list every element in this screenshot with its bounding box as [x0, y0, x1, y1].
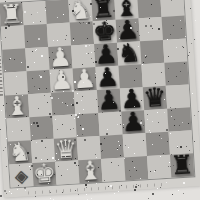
- king-icon: ♚: [92, 19, 117, 45]
- rook-icon: ♜: [0, 1, 24, 27]
- square-e7: ♚: [93, 20, 117, 44]
- square-a4: ♝: [5, 94, 29, 118]
- square-f5: [118, 64, 142, 88]
- square-h7: [162, 16, 186, 40]
- square-f7: ♟: [116, 18, 140, 42]
- square-h5: [164, 61, 188, 85]
- square-g7: [139, 17, 163, 41]
- square-h1: ♜: [170, 153, 194, 177]
- square-a7: [1, 25, 25, 49]
- square-f4: ♟: [120, 87, 144, 111]
- chess-board: ♜♞♜♝♚♟♟♟♞♟♟♟♝♟♟♛♟♞♛◈♚♝♜: [0, 0, 194, 187]
- square-c8: [45, 0, 69, 24]
- square-a1: ◈: [9, 163, 33, 187]
- chessboard-photo: ♜♞♜♝♚♟♟♟♞♟♟♟♝♟♟♛♟♞♛◈♚♝♜: [0, 0, 200, 200]
- square-h3: [167, 107, 191, 131]
- square-c6: ♟: [48, 45, 72, 69]
- rook-icon: ♜: [91, 0, 116, 22]
- square-d7: [70, 21, 94, 45]
- pawn-icon: ♟: [95, 65, 120, 91]
- square-g6: [140, 40, 164, 64]
- white-bishop-a4: ♝: [5, 93, 29, 119]
- knight-icon: ♞: [8, 139, 33, 165]
- square-h6: [163, 38, 187, 62]
- square-h2: [169, 130, 193, 154]
- square-a8: ♜: [0, 2, 24, 26]
- square-c4: [51, 91, 75, 115]
- king-icon: ♚: [32, 161, 57, 187]
- square-e5: ♟: [95, 66, 119, 90]
- square-b5: [27, 70, 51, 94]
- square-d5: ♟: [73, 67, 97, 91]
- square-d3: [75, 113, 99, 137]
- square-d8: ♞: [68, 0, 92, 23]
- square-e4: ♟: [97, 89, 121, 113]
- square-c1: [55, 160, 79, 184]
- pawn-icon: ♟: [97, 88, 122, 114]
- black-pawn-f4: ♟: [120, 86, 144, 112]
- pawn-icon: ♟: [121, 109, 146, 135]
- pawn-icon: ♟: [48, 44, 73, 70]
- square-b8: [22, 1, 46, 25]
- pawn-icon: ♟: [120, 86, 145, 112]
- square-b3: [29, 116, 53, 140]
- white-bishop-d1: ♝: [78, 158, 102, 184]
- black-queen-g4: ♛: [143, 85, 167, 111]
- square-e3: [98, 112, 122, 136]
- black-rook-e8: ♜: [91, 0, 115, 22]
- square-c2: ♛: [54, 137, 78, 161]
- square-c5: ♟: [50, 68, 74, 92]
- square-f3: ♟: [121, 110, 145, 134]
- board-with-border: ♜♞♜♝♚♟♟♟♞♟♟♟♝♟♟♛♟♞♛◈♚♝♜: [0, 0, 200, 198]
- square-d2: [77, 136, 101, 160]
- square-g1: [147, 155, 171, 179]
- square-d6: [71, 44, 95, 68]
- white-knight-d8: ♞: [68, 0, 92, 24]
- black-pawn-f3: ♟: [121, 109, 145, 135]
- bishop-icon: ♝: [5, 93, 30, 119]
- white-knight-a2: ♞: [8, 139, 32, 165]
- square-e1: [101, 157, 125, 181]
- square-e8: ♜: [91, 0, 115, 21]
- square-g3: [144, 109, 168, 133]
- square-g5: [141, 63, 165, 87]
- pawn-icon: ♟: [49, 67, 74, 93]
- queen-icon: ♛: [143, 85, 168, 111]
- black-knight-f6: ♞: [117, 40, 141, 66]
- black-rook-h1: ♜: [170, 152, 194, 178]
- square-g8: [137, 0, 161, 18]
- rook-icon: ♜: [170, 152, 195, 178]
- square-b4: [28, 93, 52, 117]
- white-pawn-d5: ♟: [72, 66, 96, 92]
- square-h4: [166, 84, 190, 108]
- white-pawn-c6: ♟: [48, 44, 72, 70]
- black-pawn-e4: ♟: [97, 88, 121, 114]
- white-king-b1: ♚: [32, 161, 56, 187]
- square-c7: [47, 23, 71, 47]
- square-a2: ♞: [8, 140, 32, 164]
- white-pawn-c5: ♟: [49, 67, 73, 93]
- square-f8: ♝: [114, 0, 138, 20]
- pawn-icon: ♟: [94, 42, 119, 68]
- square-a6: [2, 48, 26, 72]
- square-d1: ♝: [78, 159, 102, 183]
- square-b6: [25, 47, 49, 71]
- white-queen-c2: ♛: [54, 136, 78, 162]
- bishop-icon: ♝: [78, 158, 103, 184]
- square-b1: ♚: [32, 162, 56, 186]
- black-pawn-e5: ♟: [95, 65, 119, 91]
- black-pawn-e6: ♟: [94, 42, 118, 68]
- square-b7: [24, 24, 48, 48]
- white-rook-a8: ♜: [0, 1, 24, 27]
- square-g2: [146, 132, 170, 156]
- square-e2: [100, 135, 124, 159]
- square-e6: ♟: [94, 43, 118, 67]
- square-b2: [31, 139, 55, 163]
- corner-diamond-ornament-icon: ◈: [9, 163, 33, 187]
- square-f2: [123, 133, 147, 157]
- square-d4: [74, 90, 98, 114]
- knight-icon: ♞: [68, 0, 93, 24]
- knight-icon: ♞: [117, 40, 142, 66]
- black-king-e7: ♚: [93, 19, 117, 45]
- black-pawn-f7: ♟: [116, 17, 140, 43]
- pawn-icon: ♟: [72, 66, 97, 92]
- queen-icon: ♛: [54, 136, 79, 162]
- square-c3: [52, 114, 76, 138]
- square-f6: ♞: [117, 41, 141, 65]
- square-h8: [160, 0, 184, 17]
- pawn-icon: ♟: [115, 17, 140, 43]
- square-a5: [4, 71, 28, 95]
- square-g4: ♛: [143, 86, 167, 110]
- square-f1: [124, 156, 148, 180]
- square-a3: [6, 117, 30, 141]
